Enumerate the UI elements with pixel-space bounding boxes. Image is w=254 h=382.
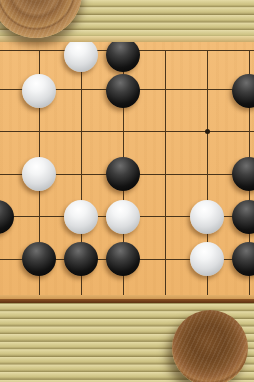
board-intersection[interactable] [102, 113, 144, 155]
board-intersection[interactable] [186, 71, 228, 113]
board-intersection[interactable] [144, 42, 186, 71]
board-intersection[interactable] [102, 239, 144, 281]
board-intersection[interactable] [0, 71, 18, 113]
board-intersection[interactable] [18, 42, 60, 71]
board-intersection[interactable] [60, 155, 102, 197]
board-intersection[interactable] [228, 71, 254, 113]
go-app-screen [0, 0, 254, 382]
board-intersection[interactable] [186, 239, 228, 281]
board-intersection[interactable] [228, 113, 254, 155]
board-intersection[interactable] [0, 197, 18, 239]
board-intersection[interactable] [186, 197, 228, 239]
board-intersection[interactable] [18, 197, 60, 239]
board-intersection[interactable] [0, 239, 18, 281]
board-intersection[interactable] [144, 113, 186, 155]
board-intersection[interactable] [228, 239, 254, 281]
board-intersection[interactable] [102, 197, 144, 239]
go-board [0, 36, 254, 303]
board-bottom-side [0, 299, 254, 303]
board-intersection[interactable] [186, 113, 228, 155]
board-intersection[interactable] [60, 113, 102, 155]
board-intersection[interactable] [18, 113, 60, 155]
board-intersection[interactable] [144, 197, 186, 239]
board-intersection[interactable] [228, 197, 254, 239]
board-intersection[interactable] [102, 42, 144, 71]
board-intersection[interactable] [60, 42, 102, 71]
board-intersection[interactable] [102, 71, 144, 113]
board-intersection[interactable] [0, 113, 18, 155]
board-intersection[interactable] [186, 42, 228, 71]
board-intersection[interactable] [18, 155, 60, 197]
board-intersection[interactable] [0, 155, 18, 197]
stone-bowl-lid [0, 0, 82, 38]
board-intersection[interactable] [18, 71, 60, 113]
board-intersection[interactable] [144, 239, 186, 281]
board-intersection[interactable] [228, 42, 254, 71]
go-board-grid [0, 42, 254, 281]
board-intersection[interactable] [144, 71, 186, 113]
board-face[interactable] [0, 42, 254, 295]
board-intersection[interactable] [60, 197, 102, 239]
board-intersection[interactable] [0, 42, 18, 71]
board-intersection[interactable] [60, 71, 102, 113]
stone-bowl [172, 310, 248, 382]
board-intersection[interactable] [102, 155, 144, 197]
board-intersection[interactable] [186, 155, 228, 197]
board-intersection[interactable] [228, 155, 254, 197]
board-intersection[interactable] [18, 239, 60, 281]
board-intersection[interactable] [60, 239, 102, 281]
board-intersection[interactable] [144, 155, 186, 197]
